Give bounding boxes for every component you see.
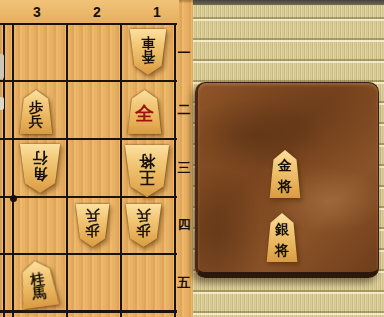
file-label: 3: [25, 3, 49, 21]
piece-14-pawn[interactable]: 歩 兵: [125, 204, 162, 247]
piece-kanji: 兵: [137, 209, 151, 223]
cutoff-piece-sliver: [0, 97, 4, 110]
rank-label: 五: [176, 276, 192, 290]
piece-kanji: 王: [139, 169, 155, 185]
hand-piece-silver[interactable]: 銀 将: [266, 213, 298, 262]
grid-line: [0, 138, 177, 140]
piece-kanji: 馬: [31, 285, 47, 301]
piece-35-knight[interactable]: 桂 馬: [16, 259, 60, 310]
rank-label: 三: [176, 161, 192, 175]
piece-33-bishop[interactable]: 角 行: [19, 144, 61, 193]
piece-kanji: 角: [33, 167, 48, 182]
piece-kanji: 銀: [275, 219, 289, 240]
grid-line: [0, 23, 177, 25]
piece-11-lance[interactable]: 香 車: [129, 29, 167, 75]
piece-kanji: 全: [135, 104, 154, 123]
piece-kanji: 将: [275, 240, 289, 261]
grid-line: [66, 24, 68, 317]
grid-line: [0, 80, 177, 82]
hand-piece-gold[interactable]: 金 将: [269, 150, 301, 198]
grid-line: [12, 24, 14, 317]
piece-kanji: 兵: [29, 114, 43, 128]
piece-kanji: 歩: [29, 100, 43, 114]
star-point-dot: [10, 195, 17, 202]
piece-13-king[interactable]: 王 将: [124, 145, 170, 197]
piece-kanji: 歩: [86, 224, 100, 238]
rank-label: 四: [176, 218, 192, 232]
piece-kanji: 歩: [137, 224, 151, 238]
window-top-edge: [192, 0, 384, 5]
grid-line: [0, 253, 177, 255]
piece-kanji: 香: [141, 50, 155, 64]
piece-kanji: 兵: [86, 209, 100, 223]
piece-kanji: 将: [278, 176, 292, 197]
grid-line: [0, 310, 177, 313]
grid-line: [120, 24, 122, 317]
piece-kanji: 行: [33, 151, 48, 166]
piece-kanji: 車: [141, 36, 155, 50]
file-label: 1: [145, 3, 169, 21]
cutoff-piece-sliver: [0, 54, 4, 79]
shogi-app-screen: 3 2 1 一 二 三 四 五 香 車 歩 兵: [0, 0, 384, 317]
rank-label: 一: [176, 46, 192, 60]
piece-24-pawn[interactable]: 歩 兵: [75, 204, 110, 247]
file-label: 2: [85, 3, 109, 21]
piece-12-promoted-silver[interactable]: 全: [127, 90, 162, 134]
piece-kanji: 将: [139, 153, 155, 169]
rank-label: 二: [176, 103, 192, 117]
piece-32-pawn[interactable]: 歩 兵: [19, 90, 53, 134]
piece-kanji: 金: [278, 155, 292, 176]
